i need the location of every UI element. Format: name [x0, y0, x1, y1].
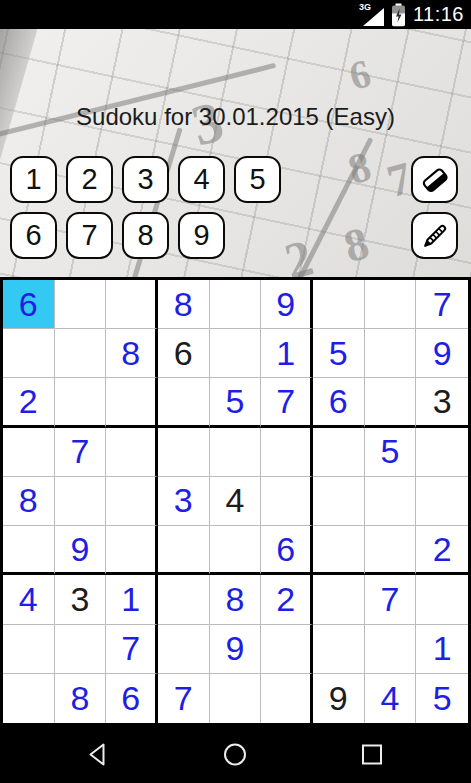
cell-r7c5[interactable]: 8: [210, 575, 262, 624]
cell-r2c5[interactable]: [210, 329, 262, 378]
cell-r2c3[interactable]: 8: [106, 329, 158, 378]
digit-button-8[interactable]: 8: [122, 212, 169, 259]
battery-charging-icon: [391, 3, 406, 27]
cell-r4c3[interactable]: [106, 428, 158, 477]
eraser-button[interactable]: [411, 156, 458, 203]
cell-r9c3[interactable]: 6: [106, 674, 158, 723]
cell-r3c3[interactable]: [106, 378, 158, 427]
cell-r8c1[interactable]: [3, 625, 55, 674]
cell-r7c4[interactable]: [158, 575, 210, 624]
page-title: Sudoku for 30.01.2015 (Easy): [0, 103, 471, 131]
cell-r8c9[interactable]: 1: [416, 625, 468, 674]
digit-button-2[interactable]: 2: [66, 156, 113, 203]
cell-r9c5[interactable]: [210, 674, 262, 723]
cell-r8c3[interactable]: 7: [106, 625, 158, 674]
cell-r7c2[interactable]: 3: [55, 575, 107, 624]
cell-r2c4[interactable]: 6: [158, 329, 210, 378]
cell-r2c2[interactable]: [55, 329, 107, 378]
cell-r5c6[interactable]: [261, 477, 313, 526]
cell-r6c6[interactable]: 6: [261, 526, 313, 575]
cell-r2c7[interactable]: 5: [313, 329, 365, 378]
status-bar: 3G 11:16: [0, 0, 471, 29]
pencil-icon: [419, 220, 451, 252]
clock: 11:16: [413, 3, 464, 26]
digit-button-3[interactable]: 3: [122, 156, 169, 203]
pencil-button[interactable]: [411, 212, 458, 259]
cell-r8c8[interactable]: [365, 625, 417, 674]
cell-r9c9[interactable]: 5: [416, 674, 468, 723]
back-icon[interactable]: [85, 741, 111, 768]
cell-r4c6[interactable]: [261, 428, 313, 477]
cell-r4c5[interactable]: [210, 428, 262, 477]
cell-r7c8[interactable]: 7: [365, 575, 417, 624]
signal-icon: 3G: [359, 3, 384, 27]
cell-r9c1[interactable]: [3, 674, 55, 723]
cell-r5c4[interactable]: 3: [158, 477, 210, 526]
cell-r9c4[interactable]: 7: [158, 674, 210, 723]
cell-r4c7[interactable]: [313, 428, 365, 477]
cell-r2c6[interactable]: 1: [261, 329, 313, 378]
recents-icon[interactable]: [359, 741, 385, 768]
cell-r3c8[interactable]: [365, 378, 417, 427]
cell-r1c5[interactable]: [210, 280, 262, 329]
cell-r6c8[interactable]: [365, 526, 417, 575]
digit-button-1[interactable]: 1: [10, 156, 57, 203]
cell-r6c7[interactable]: [313, 526, 365, 575]
cell-r6c4[interactable]: [158, 526, 210, 575]
cell-r6c9[interactable]: 2: [416, 526, 468, 575]
cell-r9c8[interactable]: 4: [365, 674, 417, 723]
cell-r6c1[interactable]: [3, 526, 55, 575]
cell-r2c9[interactable]: 9: [416, 329, 468, 378]
cell-r5c2[interactable]: [55, 477, 107, 526]
cell-r3c4[interactable]: [158, 378, 210, 427]
cell-r8c7[interactable]: [313, 625, 365, 674]
cell-r4c4[interactable]: [158, 428, 210, 477]
cell-r7c7[interactable]: [313, 575, 365, 624]
cell-r1c6[interactable]: 9: [261, 280, 313, 329]
cell-r9c2[interactable]: 8: [55, 674, 107, 723]
cell-r1c4[interactable]: 8: [158, 280, 210, 329]
digit-button-9[interactable]: 9: [178, 212, 225, 259]
cell-r7c1[interactable]: 4: [3, 575, 55, 624]
cell-r1c7[interactable]: [313, 280, 365, 329]
home-icon[interactable]: [222, 741, 248, 768]
cell-r4c8[interactable]: 5: [365, 428, 417, 477]
cell-r4c2[interactable]: 7: [55, 428, 107, 477]
cell-r1c1[interactable]: 6: [3, 280, 55, 329]
cell-r1c2[interactable]: [55, 280, 107, 329]
cell-r3c2[interactable]: [55, 378, 107, 427]
cell-r1c3[interactable]: [106, 280, 158, 329]
cell-r2c8[interactable]: [365, 329, 417, 378]
cell-r6c3[interactable]: [106, 526, 158, 575]
cell-r6c5[interactable]: [210, 526, 262, 575]
cell-r9c6[interactable]: [261, 674, 313, 723]
cell-r5c1[interactable]: 8: [3, 477, 55, 526]
cell-r3c5[interactable]: 5: [210, 378, 262, 427]
cell-r2c1[interactable]: [3, 329, 55, 378]
digit-button-7[interactable]: 7: [66, 212, 113, 259]
cell-r5c8[interactable]: [365, 477, 417, 526]
cell-r3c9[interactable]: 3: [416, 378, 468, 427]
cell-r3c1[interactable]: 2: [3, 378, 55, 427]
cell-r1c9[interactable]: 7: [416, 280, 468, 329]
cell-r7c9[interactable]: [416, 575, 468, 624]
cell-r8c4[interactable]: [158, 625, 210, 674]
header: 368782 Sudoku for 30.01.2015 (Easy) 1 2 …: [0, 29, 471, 277]
cell-r7c6[interactable]: 2: [261, 575, 313, 624]
cell-r5c5[interactable]: 4: [210, 477, 262, 526]
android-nav-bar: [0, 726, 471, 783]
cell-r7c3[interactable]: 1: [106, 575, 158, 624]
cell-r5c3[interactable]: [106, 477, 158, 526]
digit-button-4[interactable]: 4: [178, 156, 225, 203]
cell-r3c7[interactable]: 6: [313, 378, 365, 427]
eraser-icon: [419, 164, 451, 196]
cell-r8c6[interactable]: [261, 625, 313, 674]
cell-r1c8[interactable]: [365, 280, 417, 329]
cell-r6c2[interactable]: 9: [55, 526, 107, 575]
cell-r8c2[interactable]: [55, 625, 107, 674]
cell-r4c1[interactable]: [3, 428, 55, 477]
cell-r5c7[interactable]: [313, 477, 365, 526]
digit-button-5[interactable]: 5: [234, 156, 281, 203]
digit-button-6[interactable]: 6: [10, 212, 57, 259]
cell-r9c7[interactable]: 9: [313, 674, 365, 723]
cell-r8c5[interactable]: 9: [210, 625, 262, 674]
cell-r3c6[interactable]: 7: [261, 378, 313, 427]
cell-r4c9[interactable]: [416, 428, 468, 477]
sudoku-board: 6897861592576375834962431827791867945: [0, 277, 471, 726]
cell-r5c9[interactable]: [416, 477, 468, 526]
signal-triangle-icon: [363, 8, 384, 26]
